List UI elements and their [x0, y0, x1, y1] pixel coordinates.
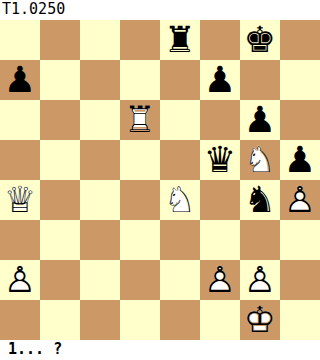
- square-g1[interactable]: ♚♔: [240, 300, 280, 340]
- piece-white-pawn-g2[interactable]: ♟♙: [240, 260, 280, 300]
- square-a5[interactable]: [0, 140, 40, 180]
- square-b5[interactable]: [40, 140, 80, 180]
- white-rook-glyph: ♖: [120, 100, 160, 140]
- square-f4[interactable]: [200, 180, 240, 220]
- square-g8[interactable]: ♚: [240, 20, 280, 60]
- piece-white-knight-e4[interactable]: ♞♘: [160, 180, 200, 220]
- square-h3[interactable]: [280, 220, 320, 260]
- white-pawn-glyph: ♙: [240, 260, 280, 300]
- piece-black-knight-g4[interactable]: ♞: [240, 180, 280, 220]
- piece-black-pawn-a7[interactable]: ♟: [0, 60, 40, 100]
- square-a2[interactable]: ♟♙: [0, 260, 40, 300]
- square-g4[interactable]: ♞: [240, 180, 280, 220]
- square-e8[interactable]: ♜: [160, 20, 200, 60]
- piece-black-pawn-g6[interactable]: ♟: [240, 100, 280, 140]
- white-queen-glyph: ♕: [0, 180, 40, 220]
- black-pawn-glyph: ♟: [280, 140, 320, 180]
- piece-white-rook-d6[interactable]: ♜♖: [120, 100, 160, 140]
- white-king-glyph: ♔: [240, 300, 280, 340]
- white-knight-glyph: ♘: [240, 140, 280, 180]
- piece-white-pawn-a2[interactable]: ♟♙: [0, 260, 40, 300]
- square-b1[interactable]: [40, 300, 80, 340]
- move-prompt: 1... ?: [0, 340, 320, 360]
- square-d4[interactable]: [120, 180, 160, 220]
- square-c3[interactable]: [80, 220, 120, 260]
- black-knight-glyph: ♞: [240, 180, 280, 220]
- square-c5[interactable]: [80, 140, 120, 180]
- black-queen-glyph: ♛: [200, 140, 240, 180]
- square-c4[interactable]: [80, 180, 120, 220]
- square-g7[interactable]: [240, 60, 280, 100]
- square-d7[interactable]: [120, 60, 160, 100]
- black-pawn-glyph: ♟: [0, 60, 40, 100]
- white-pawn-glyph: ♙: [200, 260, 240, 300]
- piece-white-king-g1[interactable]: ♚♔: [240, 300, 280, 340]
- piece-black-pawn-f7[interactable]: ♟: [200, 60, 240, 100]
- white-pawn-glyph: ♙: [280, 180, 320, 220]
- square-b2[interactable]: [40, 260, 80, 300]
- square-g6[interactable]: ♟: [240, 100, 280, 140]
- square-h5[interactable]: ♟: [280, 140, 320, 180]
- square-a3[interactable]: [0, 220, 40, 260]
- square-g5[interactable]: ♞♘: [240, 140, 280, 180]
- piece-black-queen-f5[interactable]: ♛: [200, 140, 240, 180]
- white-knight-glyph: ♘: [160, 180, 200, 220]
- square-f2[interactable]: ♟♙: [200, 260, 240, 300]
- square-a7[interactable]: ♟: [0, 60, 40, 100]
- square-b4[interactable]: [40, 180, 80, 220]
- square-d2[interactable]: [120, 260, 160, 300]
- square-e4[interactable]: ♞♘: [160, 180, 200, 220]
- piece-white-knight-g5[interactable]: ♞♘: [240, 140, 280, 180]
- square-h1[interactable]: [280, 300, 320, 340]
- piece-white-queen-a4[interactable]: ♛♕: [0, 180, 40, 220]
- square-g2[interactable]: ♟♙: [240, 260, 280, 300]
- square-h6[interactable]: [280, 100, 320, 140]
- square-e3[interactable]: [160, 220, 200, 260]
- square-b3[interactable]: [40, 220, 80, 260]
- square-h7[interactable]: [280, 60, 320, 100]
- square-b8[interactable]: [40, 20, 80, 60]
- square-a8[interactable]: [0, 20, 40, 60]
- piece-black-king-g8[interactable]: ♚: [240, 20, 280, 60]
- black-king-glyph: ♚: [240, 20, 280, 60]
- piece-white-pawn-h4[interactable]: ♟♙: [280, 180, 320, 220]
- square-d1[interactable]: [120, 300, 160, 340]
- square-c2[interactable]: [80, 260, 120, 300]
- piece-black-rook-e8[interactable]: ♜: [160, 20, 200, 60]
- piece-black-pawn-h5[interactable]: ♟: [280, 140, 320, 180]
- square-f6[interactable]: [200, 100, 240, 140]
- square-a4[interactable]: ♛♕: [0, 180, 40, 220]
- square-d8[interactable]: [120, 20, 160, 60]
- puzzle-title: T1.0250: [0, 0, 320, 20]
- square-a1[interactable]: [0, 300, 40, 340]
- piece-white-pawn-f2[interactable]: ♟♙: [200, 260, 240, 300]
- square-h8[interactable]: [280, 20, 320, 60]
- square-e5[interactable]: [160, 140, 200, 180]
- square-d3[interactable]: [120, 220, 160, 260]
- square-e2[interactable]: [160, 260, 200, 300]
- square-c8[interactable]: [80, 20, 120, 60]
- black-pawn-glyph: ♟: [240, 100, 280, 140]
- white-pawn-glyph: ♙: [0, 260, 40, 300]
- chess-board: ♜♚♟♟♜♖♟♛♞♘♟♛♕♞♘♞♟♙♟♙♟♙♟♙♚♔: [0, 20, 320, 340]
- square-c1[interactable]: [80, 300, 120, 340]
- square-e1[interactable]: [160, 300, 200, 340]
- square-b6[interactable]: [40, 100, 80, 140]
- square-g3[interactable]: [240, 220, 280, 260]
- square-f1[interactable]: [200, 300, 240, 340]
- square-e7[interactable]: [160, 60, 200, 100]
- square-f3[interactable]: [200, 220, 240, 260]
- square-h2[interactable]: [280, 260, 320, 300]
- square-f7[interactable]: ♟: [200, 60, 240, 100]
- square-f8[interactable]: [200, 20, 240, 60]
- square-e6[interactable]: [160, 100, 200, 140]
- square-b7[interactable]: [40, 60, 80, 100]
- square-c7[interactable]: [80, 60, 120, 100]
- square-f5[interactable]: ♛: [200, 140, 240, 180]
- square-c6[interactable]: [80, 100, 120, 140]
- black-pawn-glyph: ♟: [200, 60, 240, 100]
- black-rook-glyph: ♜: [160, 20, 200, 60]
- square-a6[interactable]: [0, 100, 40, 140]
- square-d5[interactable]: [120, 140, 160, 180]
- square-d6[interactable]: ♜♖: [120, 100, 160, 140]
- chess-diagram-page: T1.0250 ♜♚♟♟♜♖♟♛♞♘♟♛♕♞♘♞♟♙♟♙♟♙♟♙♚♔ 1... …: [0, 0, 320, 360]
- square-h4[interactable]: ♟♙: [280, 180, 320, 220]
